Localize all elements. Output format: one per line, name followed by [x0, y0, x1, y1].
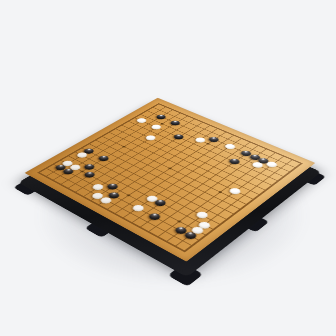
- white-stone: [189, 225, 205, 235]
- black-stone: [83, 171, 98, 179]
- black-stone: [153, 198, 168, 207]
- white-stone: [196, 220, 212, 230]
- grid-line: [165, 156, 284, 243]
- board-scene: [63, 61, 276, 274]
- white-stone: [145, 194, 160, 203]
- white-stone: [91, 192, 106, 201]
- white-stone: [194, 211, 210, 220]
- white-stone: [265, 160, 279, 168]
- black-stone: [106, 191, 121, 200]
- black-stone: [182, 231, 198, 241]
- white-stone: [90, 183, 105, 191]
- star-point: [80, 170, 84, 172]
- white-stone: [98, 196, 113, 205]
- black-stone: [173, 226, 189, 236]
- star-point: [168, 167, 172, 169]
- black-stone: [147, 212, 163, 221]
- white-stone: [130, 204, 145, 213]
- star-point: [177, 220, 182, 223]
- star-point: [126, 194, 130, 197]
- star-point: [218, 190, 222, 193]
- black-stone: [105, 182, 120, 190]
- white-stone: [228, 187, 243, 196]
- product-photo-canvas: [0, 0, 336, 336]
